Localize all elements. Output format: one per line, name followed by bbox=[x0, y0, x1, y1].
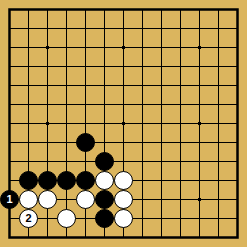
intersection[interactable] bbox=[0, 228, 19, 247]
intersection[interactable] bbox=[171, 0, 190, 19]
intersection[interactable] bbox=[0, 171, 19, 190]
intersection[interactable] bbox=[190, 19, 209, 38]
white-stone bbox=[19, 190, 38, 209]
intersection[interactable] bbox=[171, 19, 190, 38]
intersection[interactable] bbox=[19, 38, 38, 57]
intersection[interactable] bbox=[57, 114, 76, 133]
intersection[interactable] bbox=[171, 209, 190, 228]
intersection[interactable] bbox=[95, 209, 114, 228]
black-stone bbox=[76, 171, 95, 190]
intersection[interactable] bbox=[114, 228, 133, 247]
intersection[interactable] bbox=[95, 57, 114, 76]
intersection[interactable] bbox=[133, 152, 152, 171]
intersection[interactable] bbox=[114, 95, 133, 114]
intersection[interactable] bbox=[0, 133, 19, 152]
intersection[interactable] bbox=[133, 57, 152, 76]
intersection[interactable] bbox=[38, 19, 57, 38]
intersection[interactable] bbox=[76, 114, 95, 133]
intersection[interactable] bbox=[38, 133, 57, 152]
intersection[interactable] bbox=[190, 133, 209, 152]
intersection[interactable] bbox=[76, 95, 95, 114]
intersection[interactable] bbox=[190, 76, 209, 95]
intersection[interactable] bbox=[152, 38, 171, 57]
white-stone bbox=[95, 171, 114, 190]
white-stone bbox=[114, 209, 133, 228]
intersection[interactable] bbox=[209, 190, 228, 209]
intersection[interactable] bbox=[190, 114, 209, 133]
intersection[interactable] bbox=[95, 38, 114, 57]
intersection[interactable] bbox=[95, 152, 114, 171]
black-stone: 1 bbox=[0, 190, 19, 209]
intersection[interactable] bbox=[38, 190, 57, 209]
intersection[interactable] bbox=[19, 228, 38, 247]
intersection[interactable] bbox=[19, 133, 38, 152]
intersection[interactable] bbox=[19, 190, 38, 209]
intersection[interactable] bbox=[95, 171, 114, 190]
intersection[interactable] bbox=[38, 152, 57, 171]
black-stone bbox=[95, 190, 114, 209]
intersection[interactable] bbox=[57, 19, 76, 38]
intersection[interactable] bbox=[152, 152, 171, 171]
intersection[interactable] bbox=[76, 228, 95, 247]
intersection[interactable] bbox=[114, 152, 133, 171]
white-stone bbox=[114, 190, 133, 209]
intersection[interactable] bbox=[190, 152, 209, 171]
intersection[interactable] bbox=[171, 228, 190, 247]
intersection[interactable] bbox=[228, 209, 247, 228]
intersection[interactable] bbox=[228, 95, 247, 114]
intersection[interactable] bbox=[152, 190, 171, 209]
intersection[interactable] bbox=[57, 95, 76, 114]
intersection[interactable] bbox=[19, 152, 38, 171]
intersection[interactable] bbox=[152, 76, 171, 95]
intersection[interactable] bbox=[228, 171, 247, 190]
intersection[interactable] bbox=[19, 57, 38, 76]
intersection[interactable] bbox=[209, 133, 228, 152]
move-number-label: 1 bbox=[6, 194, 12, 205]
intersection[interactable] bbox=[190, 190, 209, 209]
intersection[interactable] bbox=[190, 209, 209, 228]
intersection[interactable] bbox=[38, 57, 57, 76]
intersection[interactable] bbox=[133, 76, 152, 95]
intersection[interactable] bbox=[209, 19, 228, 38]
intersection[interactable] bbox=[0, 76, 19, 95]
intersection[interactable] bbox=[133, 209, 152, 228]
intersection[interactable] bbox=[133, 171, 152, 190]
intersection[interactable] bbox=[171, 171, 190, 190]
white-stone: 2 bbox=[19, 209, 38, 228]
intersection[interactable] bbox=[228, 76, 247, 95]
go-board: 12 bbox=[0, 0, 247, 247]
intersection[interactable] bbox=[133, 228, 152, 247]
intersection[interactable] bbox=[0, 0, 19, 19]
intersection[interactable] bbox=[152, 171, 171, 190]
intersection[interactable] bbox=[57, 76, 76, 95]
intersection[interactable] bbox=[57, 228, 76, 247]
intersection[interactable] bbox=[0, 114, 19, 133]
intersection[interactable] bbox=[171, 152, 190, 171]
intersection[interactable] bbox=[76, 152, 95, 171]
intersection[interactable] bbox=[171, 190, 190, 209]
intersection[interactable] bbox=[76, 190, 95, 209]
intersection[interactable] bbox=[209, 76, 228, 95]
intersection[interactable] bbox=[19, 0, 38, 19]
intersection[interactable] bbox=[228, 0, 247, 19]
intersection[interactable] bbox=[190, 57, 209, 76]
intersection[interactable] bbox=[228, 19, 247, 38]
intersection[interactable] bbox=[152, 209, 171, 228]
intersection[interactable] bbox=[152, 19, 171, 38]
intersection[interactable] bbox=[190, 38, 209, 57]
intersection[interactable] bbox=[57, 38, 76, 57]
white-stone bbox=[76, 190, 95, 209]
intersection[interactable] bbox=[76, 76, 95, 95]
intersection[interactable] bbox=[171, 76, 190, 95]
intersection[interactable] bbox=[133, 190, 152, 209]
intersection[interactable] bbox=[228, 190, 247, 209]
intersection[interactable] bbox=[114, 190, 133, 209]
intersection[interactable] bbox=[114, 209, 133, 228]
intersection[interactable] bbox=[0, 95, 19, 114]
intersection[interactable] bbox=[152, 57, 171, 76]
intersection[interactable] bbox=[133, 114, 152, 133]
intersection[interactable] bbox=[76, 0, 95, 19]
intersection[interactable] bbox=[114, 0, 133, 19]
intersection[interactable] bbox=[114, 76, 133, 95]
intersection[interactable] bbox=[114, 114, 133, 133]
intersection[interactable] bbox=[95, 0, 114, 19]
intersection[interactable] bbox=[228, 228, 247, 247]
intersection[interactable] bbox=[209, 0, 228, 19]
intersection[interactable] bbox=[209, 152, 228, 171]
intersection[interactable] bbox=[57, 57, 76, 76]
intersection[interactable] bbox=[228, 133, 247, 152]
intersection[interactable] bbox=[95, 76, 114, 95]
intersection[interactable]: 2 bbox=[19, 209, 38, 228]
intersection[interactable] bbox=[38, 114, 57, 133]
intersection[interactable] bbox=[171, 57, 190, 76]
black-stone bbox=[95, 152, 114, 171]
intersection[interactable] bbox=[57, 171, 76, 190]
intersection[interactable] bbox=[38, 38, 57, 57]
intersection[interactable] bbox=[76, 133, 95, 152]
intersection[interactable] bbox=[171, 133, 190, 152]
intersection[interactable] bbox=[38, 171, 57, 190]
intersection[interactable] bbox=[152, 133, 171, 152]
black-stone bbox=[38, 171, 57, 190]
intersection[interactable] bbox=[38, 228, 57, 247]
intersection[interactable] bbox=[114, 57, 133, 76]
intersection[interactable] bbox=[0, 209, 19, 228]
intersection[interactable] bbox=[209, 209, 228, 228]
intersection[interactable] bbox=[38, 76, 57, 95]
intersection[interactable] bbox=[95, 95, 114, 114]
intersection[interactable] bbox=[133, 0, 152, 19]
intersection[interactable] bbox=[38, 95, 57, 114]
intersection[interactable] bbox=[57, 133, 76, 152]
intersection[interactable] bbox=[133, 95, 152, 114]
intersection[interactable] bbox=[0, 152, 19, 171]
intersection[interactable] bbox=[95, 19, 114, 38]
intersection[interactable] bbox=[76, 38, 95, 57]
intersection[interactable] bbox=[114, 133, 133, 152]
intersection[interactable] bbox=[95, 114, 114, 133]
intersection[interactable] bbox=[190, 95, 209, 114]
intersection[interactable] bbox=[228, 38, 247, 57]
intersection[interactable] bbox=[171, 95, 190, 114]
intersection[interactable] bbox=[190, 171, 209, 190]
intersection[interactable] bbox=[209, 38, 228, 57]
white-stone bbox=[114, 171, 133, 190]
intersection[interactable] bbox=[95, 190, 114, 209]
intersection[interactable] bbox=[19, 95, 38, 114]
intersection[interactable] bbox=[38, 0, 57, 19]
intersection[interactable] bbox=[0, 19, 19, 38]
black-stone bbox=[57, 171, 76, 190]
intersection[interactable] bbox=[209, 57, 228, 76]
intersection[interactable] bbox=[152, 114, 171, 133]
intersection[interactable] bbox=[228, 57, 247, 76]
black-stone bbox=[19, 171, 38, 190]
board-intersections: 12 bbox=[0, 0, 247, 247]
intersection[interactable] bbox=[76, 57, 95, 76]
intersection[interactable] bbox=[209, 228, 228, 247]
intersection[interactable] bbox=[76, 171, 95, 190]
intersection[interactable] bbox=[95, 133, 114, 152]
intersection[interactable] bbox=[152, 228, 171, 247]
intersection[interactable] bbox=[190, 228, 209, 247]
move-number-label: 2 bbox=[25, 213, 31, 224]
black-stone bbox=[95, 209, 114, 228]
intersection[interactable] bbox=[0, 38, 19, 57]
intersection[interactable] bbox=[152, 0, 171, 19]
white-stone bbox=[57, 209, 76, 228]
black-stone bbox=[76, 133, 95, 152]
intersection[interactable] bbox=[152, 95, 171, 114]
intersection[interactable] bbox=[76, 209, 95, 228]
intersection[interactable] bbox=[76, 19, 95, 38]
intersection[interactable] bbox=[19, 19, 38, 38]
intersection[interactable] bbox=[114, 19, 133, 38]
intersection[interactable] bbox=[57, 190, 76, 209]
intersection[interactable] bbox=[19, 171, 38, 190]
intersection[interactable] bbox=[114, 38, 133, 57]
intersection[interactable] bbox=[209, 95, 228, 114]
intersection[interactable]: 1 bbox=[0, 190, 19, 209]
intersection[interactable] bbox=[228, 114, 247, 133]
intersection[interactable] bbox=[38, 209, 57, 228]
intersection[interactable] bbox=[19, 76, 38, 95]
intersection[interactable] bbox=[133, 19, 152, 38]
intersection[interactable] bbox=[209, 114, 228, 133]
intersection[interactable] bbox=[95, 228, 114, 247]
intersection[interactable] bbox=[19, 114, 38, 133]
intersection[interactable] bbox=[171, 38, 190, 57]
intersection[interactable] bbox=[133, 133, 152, 152]
intersection[interactable] bbox=[228, 152, 247, 171]
intersection[interactable] bbox=[57, 209, 76, 228]
intersection[interactable] bbox=[114, 171, 133, 190]
intersection[interactable] bbox=[209, 171, 228, 190]
white-stone bbox=[38, 190, 57, 209]
intersection[interactable] bbox=[190, 0, 209, 19]
intersection[interactable] bbox=[133, 38, 152, 57]
intersection[interactable] bbox=[57, 152, 76, 171]
intersection[interactable] bbox=[0, 57, 19, 76]
intersection[interactable] bbox=[57, 0, 76, 19]
intersection[interactable] bbox=[171, 114, 190, 133]
